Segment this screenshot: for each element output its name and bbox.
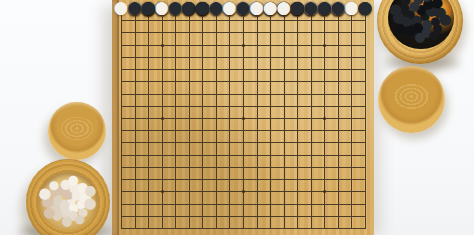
grid-line-horizontal bbox=[121, 179, 366, 180]
grid-line-vertical bbox=[284, 8, 285, 229]
bowl-black-stone: ● bbox=[431, 0, 443, 9]
bowl-white-stone: ● bbox=[43, 205, 55, 219]
star-point bbox=[242, 117, 245, 120]
grid-line-vertical bbox=[338, 8, 339, 229]
star-point bbox=[242, 190, 245, 193]
grid-line-horizontal bbox=[121, 167, 366, 168]
star-point bbox=[323, 190, 326, 193]
star-point bbox=[161, 44, 164, 47]
bowl-white-stone: ● bbox=[61, 213, 72, 226]
grid-line-horizontal bbox=[121, 228, 366, 229]
grid-line-horizontal bbox=[121, 216, 366, 217]
grid-line-horizontal bbox=[121, 142, 366, 143]
grid-line-vertical bbox=[270, 8, 271, 229]
bowl-black-stone: ● bbox=[429, 29, 439, 41]
white-stone[interactable]: ● bbox=[263, 0, 278, 16]
bowl-lid-left[interactable] bbox=[48, 102, 106, 160]
lid-left-sheen bbox=[61, 117, 93, 140]
white-stone-bowl-interior: ●●●●●●●●●●●●●●●●●●●●●●●●●●● bbox=[38, 172, 98, 230]
black-stone[interactable]: ● bbox=[290, 0, 305, 16]
bowl-black-stone: ● bbox=[421, 0, 432, 1]
star-point bbox=[323, 117, 326, 120]
black-stone[interactable]: ● bbox=[330, 0, 345, 16]
grid-line-horizontal bbox=[121, 130, 366, 131]
star-point bbox=[161, 117, 164, 120]
bowl-white-stone: ● bbox=[67, 173, 78, 186]
board-left-edge bbox=[112, 0, 119, 235]
grid-line-vertical bbox=[257, 8, 258, 229]
black-stone[interactable]: ● bbox=[358, 0, 373, 16]
grid-line-horizontal bbox=[121, 155, 366, 156]
black-stone[interactable]: ● bbox=[141, 0, 156, 16]
board-grid[interactable]: ●●●●●●●●●●●●●●●●●●●●●●●●●●●●●●●●●●●●●●●●… bbox=[121, 8, 365, 228]
bowl-white-stone: ● bbox=[38, 186, 51, 201]
black-stone[interactable]: ● bbox=[168, 0, 183, 16]
go-scene: ●●●●●●●●●●●●●●●●●●●●●●●●●●●●●●●●●●●●●●●●… bbox=[0, 0, 474, 235]
star-point bbox=[323, 44, 326, 47]
bowl-black-stone: ● bbox=[394, 21, 406, 35]
star-point bbox=[242, 44, 245, 47]
grid-line-vertical bbox=[297, 8, 298, 229]
bowl-white-stone: ● bbox=[75, 213, 85, 225]
grid-line-vertical bbox=[311, 8, 312, 229]
bowl-lid-right[interactable] bbox=[378, 66, 445, 133]
grid-line-vertical bbox=[365, 8, 366, 229]
bowl-black-stone: ● bbox=[439, 11, 452, 26]
star-point bbox=[161, 190, 164, 193]
bowl-black-stone: ● bbox=[414, 29, 425, 42]
grid-line-horizontal bbox=[121, 204, 366, 205]
grid-line-vertical bbox=[351, 8, 352, 229]
black-stone[interactable]: ● bbox=[195, 0, 210, 16]
lid-right-sheen bbox=[393, 83, 431, 110]
bowl-black-stone: ● bbox=[389, 2, 402, 17]
